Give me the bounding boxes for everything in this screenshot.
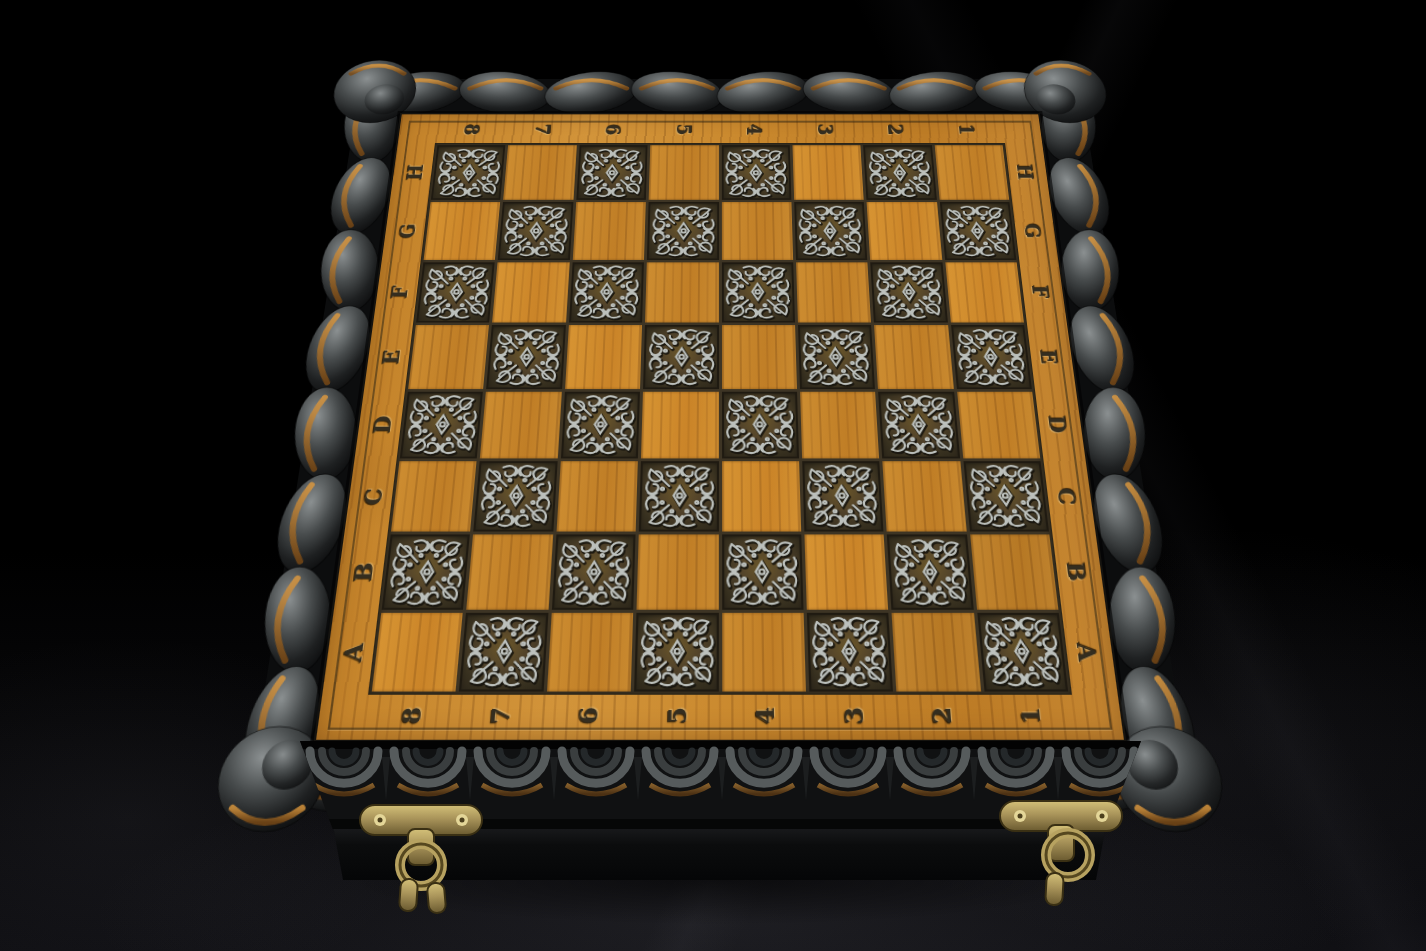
filigree-carving-icon: [799, 326, 873, 387]
square-d4[interactable]: [722, 391, 799, 458]
filigree-carving-icon: [648, 203, 717, 258]
square-b6[interactable]: [552, 535, 636, 610]
coord-label-left-E: E: [349, 340, 431, 374]
coord-label-right-A: A: [1042, 631, 1134, 673]
coord-label-top-5: 5: [666, 103, 703, 158]
chess-box-lid: 88HH77GG66FF55EE44DD33CC22BB11AA: [258, 84, 1181, 789]
filigree-carving-icon: [562, 393, 638, 457]
square-g3[interactable]: [794, 202, 867, 260]
filigree-carving-icon: [553, 536, 634, 608]
square-g5[interactable]: [647, 202, 719, 260]
square-f2[interactable]: [870, 262, 947, 322]
coord-label-top-1: 1: [947, 103, 989, 158]
filigree-carving-icon: [723, 536, 802, 608]
filigree-carving-icon: [641, 462, 717, 530]
coord-label-top-8: 8: [452, 103, 494, 158]
coord-label-right-G: G: [995, 215, 1073, 246]
filigree-carving-icon: [804, 462, 882, 530]
square-d5[interactable]: [641, 391, 718, 458]
square-c4[interactable]: [722, 461, 802, 532]
coord-label-top-6: 6: [595, 103, 633, 158]
photo-stage: 88HH77GG66FF55EE44DD33CC22BB11AA: [0, 0, 1426, 951]
coord-label-top-7: 7: [523, 103, 563, 158]
brass-latch-icon: [348, 799, 498, 917]
filigree-carving-icon: [796, 203, 866, 258]
square-d7[interactable]: [480, 391, 561, 458]
square-f6[interactable]: [569, 262, 644, 322]
filigree-carving-icon: [889, 536, 972, 608]
square-f7[interactable]: [492, 262, 569, 322]
square-g6[interactable]: [573, 202, 646, 260]
coord-label-left-A: A: [306, 631, 398, 673]
filigree-carving-icon: [488, 326, 564, 387]
filigree-carving-icon: [723, 393, 797, 457]
square-c2[interactable]: [883, 461, 967, 532]
square-e4[interactable]: [721, 325, 796, 389]
square-g2[interactable]: [867, 202, 942, 260]
filigree-carving-icon: [645, 326, 717, 387]
square-g7[interactable]: [498, 202, 573, 260]
coord-label-right-F: F: [1002, 276, 1082, 308]
square-f5[interactable]: [645, 262, 718, 322]
square-f3[interactable]: [796, 262, 871, 322]
square-d2[interactable]: [878, 391, 959, 458]
square-b5[interactable]: [637, 535, 719, 610]
square-c6[interactable]: [556, 461, 638, 532]
square-e7[interactable]: [486, 325, 565, 389]
square-e3[interactable]: [798, 325, 875, 389]
coord-label-left-B: B: [318, 552, 407, 592]
coord-label-left-H: H: [376, 158, 452, 187]
square-d6[interactable]: [561, 391, 640, 458]
coord-label-left-D: D: [339, 407, 423, 443]
filigree-carving-icon: [872, 263, 946, 321]
coord-label-right-C: C: [1025, 478, 1112, 516]
coord-label-left-F: F: [359, 276, 439, 308]
square-d3[interactable]: [800, 391, 879, 458]
square-c5[interactable]: [639, 461, 719, 532]
square-g4[interactable]: [721, 202, 793, 260]
coord-label-top-4: 4: [737, 103, 774, 158]
filigree-carving-icon: [475, 462, 555, 530]
coord-label-right-D: D: [1017, 407, 1101, 443]
coord-label-top-3: 3: [807, 103, 845, 158]
coord-label-right-H: H: [988, 158, 1064, 187]
coord-label-left-G: G: [367, 215, 445, 246]
square-e5[interactable]: [643, 325, 718, 389]
square-e6[interactable]: [565, 325, 642, 389]
board-grid: [369, 144, 1070, 694]
square-c3[interactable]: [802, 461, 884, 532]
square-b4[interactable]: [722, 535, 804, 610]
chess-board: 88HH77GG66FF55EE44DD33CC22BB11AA: [316, 114, 1124, 739]
left-latch: [348, 799, 498, 917]
square-b3[interactable]: [804, 535, 888, 610]
brass-latch-icon: [988, 795, 1138, 913]
square-b7[interactable]: [467, 535, 553, 610]
filigree-carving-icon: [880, 393, 958, 457]
square-c7[interactable]: [474, 461, 558, 532]
coord-label-left-C: C: [329, 478, 416, 516]
coord-label-right-E: E: [1009, 340, 1091, 374]
coord-label-top-2: 2: [877, 103, 917, 158]
filigree-carving-icon: [500, 203, 572, 258]
right-latch: [988, 795, 1138, 913]
square-e2[interactable]: [874, 325, 953, 389]
filigree-carving-icon: [723, 263, 794, 321]
square-f4[interactable]: [721, 262, 794, 322]
coord-label-right-B: B: [1033, 552, 1122, 592]
square-b2[interactable]: [887, 535, 973, 610]
filigree-carving-icon: [570, 263, 642, 321]
